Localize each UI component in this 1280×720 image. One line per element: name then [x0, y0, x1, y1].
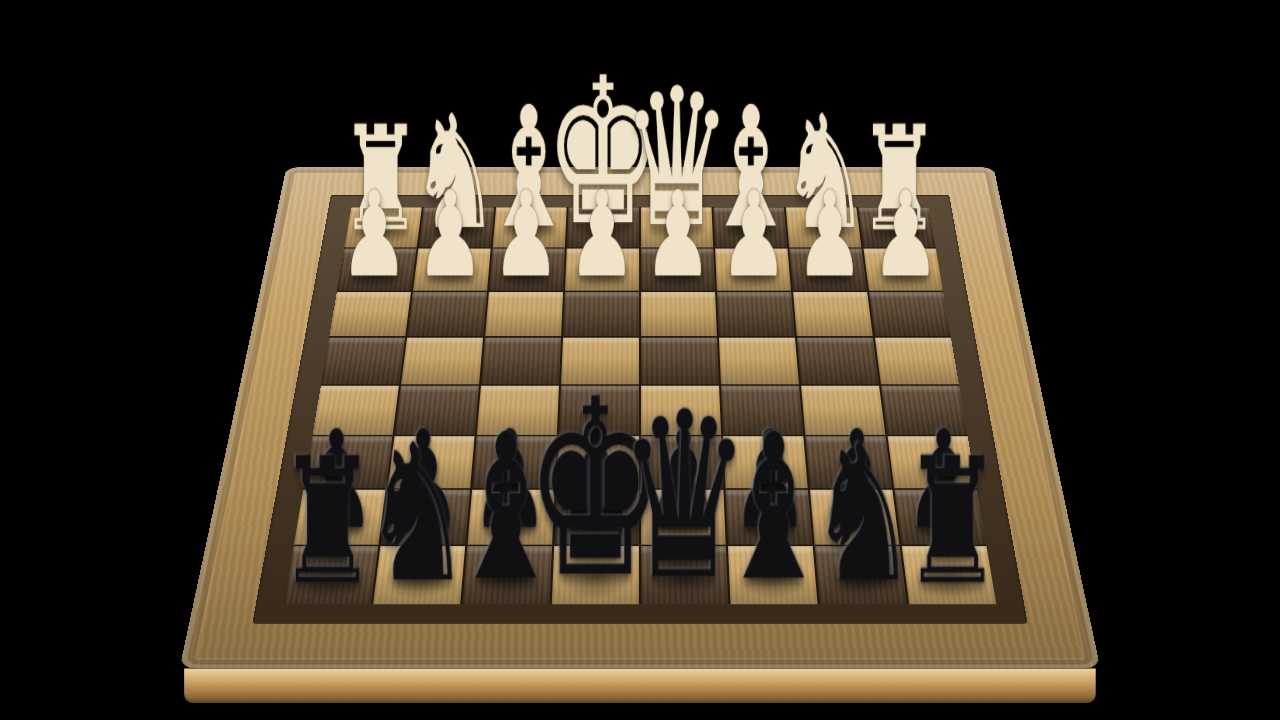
square-d2: ♟	[641, 249, 715, 291]
square-b4	[797, 338, 879, 385]
white-pawn: ♟	[720, 180, 789, 289]
square-b3	[793, 292, 873, 336]
square-f3	[485, 292, 563, 336]
white-pawn: ♟	[795, 180, 864, 289]
square-f2: ♟	[489, 249, 565, 291]
white-pawn: ♟	[871, 180, 940, 289]
square-h2: ♟	[337, 249, 417, 291]
square-d3	[641, 292, 717, 336]
chess-photo-scene: ♜♞♝♚♛♝♞♜♟♟♟♟♟♟♟♟♟♟♟♟♟♟♟♟♜♞♝♚♛♝♞♜	[240, 0, 1040, 720]
square-e3	[563, 292, 639, 336]
square-a8: ♜	[902, 546, 997, 604]
square-h8: ♜	[284, 546, 379, 604]
square-a3	[869, 292, 951, 336]
square-h4	[321, 338, 405, 385]
white-pawn: ♟	[416, 180, 485, 289]
white-pawn: ♟	[644, 180, 713, 289]
square-e2: ♟	[565, 249, 639, 291]
black-bishop: ♝	[448, 418, 564, 602]
black-queen: ♛	[618, 391, 751, 602]
square-c3	[717, 292, 795, 336]
black-rook: ♜	[902, 442, 1003, 602]
board-grid: ♜♞♝♚♛♝♞♜♟♟♟♟♟♟♟♟♟♟♟♟♟♟♟♟♜♞♝♚♛♝♞♜	[284, 207, 997, 604]
square-c2: ♟	[715, 249, 791, 291]
photo-background: { "game": "chess", "position": { "fen": …	[0, 0, 1280, 720]
square-f8: ♝	[462, 546, 552, 604]
white-pawn: ♟	[568, 180, 637, 289]
white-pawn: ♟	[340, 180, 409, 289]
square-g2: ♟	[413, 249, 491, 291]
black-rook: ♜	[277, 442, 378, 602]
square-g4	[401, 338, 483, 385]
square-h3	[329, 292, 411, 336]
chess-board: ♜♞♝♚♛♝♞♜♟♟♟♟♟♟♟♟♟♟♟♟♟♟♟♟♜♞♝♚♛♝♞♜	[180, 167, 1101, 668]
square-g3	[407, 292, 487, 336]
square-b2: ♟	[789, 249, 867, 291]
square-a2: ♟	[863, 249, 943, 291]
board-inner-border: ♜♞♝♚♛♝♞♜♟♟♟♟♟♟♟♟♟♟♟♟♟♟♟♟♜♞♝♚♛♝♞♜	[252, 195, 1028, 624]
square-d8: ♛	[641, 546, 728, 604]
white-pawn: ♟	[492, 180, 561, 289]
square-a4	[875, 338, 959, 385]
